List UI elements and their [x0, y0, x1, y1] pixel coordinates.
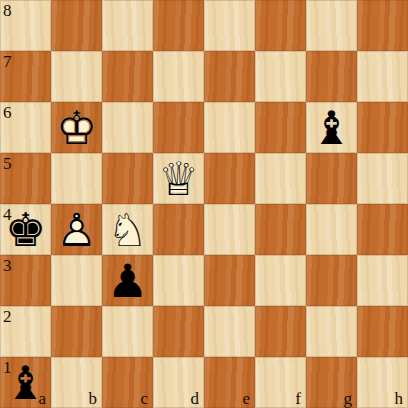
square-c5[interactable]: [102, 153, 153, 204]
square-h2[interactable]: [357, 306, 408, 357]
square-b2[interactable]: [51, 306, 102, 357]
square-b1[interactable]: b: [51, 357, 102, 408]
black-bishop-g6[interactable]: ♝: [306, 102, 357, 153]
square-c1[interactable]: c: [102, 357, 153, 408]
file-label-f: f: [295, 390, 301, 407]
square-c7[interactable]: [102, 51, 153, 102]
black-king-a4[interactable]: ♚: [0, 204, 51, 255]
black-piece-glyph: ♚: [0, 204, 51, 255]
square-b5[interactable]: [51, 153, 102, 204]
black-piece-glyph: ♟: [102, 255, 153, 306]
rank-label-6: 6: [3, 104, 12, 121]
square-g7[interactable]: [306, 51, 357, 102]
square-c6[interactable]: [102, 102, 153, 153]
square-e2[interactable]: [204, 306, 255, 357]
square-e6[interactable]: [204, 102, 255, 153]
black-piece-glyph: ♝: [0, 357, 51, 408]
file-label-c: c: [140, 390, 148, 407]
square-a5[interactable]: 5: [0, 153, 51, 204]
file-label-e: e: [242, 390, 250, 407]
square-h8[interactable]: [357, 0, 408, 51]
square-c4[interactable]: ♞♘: [102, 204, 153, 255]
square-c2[interactable]: [102, 306, 153, 357]
square-a8[interactable]: 8: [0, 0, 51, 51]
white-piece-outline: ♙: [51, 204, 102, 255]
square-a1[interactable]: 1a♝: [0, 357, 51, 408]
square-e1[interactable]: e: [204, 357, 255, 408]
square-f2[interactable]: [255, 306, 306, 357]
chess-board: 876♚♔♝5♛♕4♚♟♙♞♘3♟21a♝bcdefgh: [0, 0, 408, 408]
square-d7[interactable]: [153, 51, 204, 102]
square-h6[interactable]: [357, 102, 408, 153]
square-h4[interactable]: [357, 204, 408, 255]
file-label-h: h: [395, 390, 404, 407]
square-g1[interactable]: g: [306, 357, 357, 408]
file-label-g: g: [344, 390, 353, 407]
square-b8[interactable]: [51, 0, 102, 51]
white-piece-outline: ♕: [153, 153, 204, 204]
square-h3[interactable]: [357, 255, 408, 306]
square-d1[interactable]: d: [153, 357, 204, 408]
square-e5[interactable]: [204, 153, 255, 204]
rank-label-3: 3: [3, 257, 12, 274]
white-piece-outline: ♔: [51, 102, 102, 153]
square-c8[interactable]: [102, 0, 153, 51]
square-d3[interactable]: [153, 255, 204, 306]
square-g2[interactable]: [306, 306, 357, 357]
square-a4[interactable]: 4♚: [0, 204, 51, 255]
white-queen-d5[interactable]: ♛♕: [153, 153, 204, 204]
square-d6[interactable]: [153, 102, 204, 153]
file-label-b: b: [89, 390, 98, 407]
square-a6[interactable]: 6: [0, 102, 51, 153]
file-label-d: d: [191, 390, 200, 407]
square-d5[interactable]: ♛♕: [153, 153, 204, 204]
square-d4[interactable]: [153, 204, 204, 255]
square-e8[interactable]: [204, 0, 255, 51]
square-f6[interactable]: [255, 102, 306, 153]
square-g3[interactable]: [306, 255, 357, 306]
square-g8[interactable]: [306, 0, 357, 51]
square-h1[interactable]: h: [357, 357, 408, 408]
white-piece-outline: ♘: [102, 204, 153, 255]
square-e7[interactable]: [204, 51, 255, 102]
square-f5[interactable]: [255, 153, 306, 204]
rank-label-5: 5: [3, 155, 12, 172]
white-king-b6[interactable]: ♚♔: [51, 102, 102, 153]
black-piece-glyph: ♝: [306, 102, 357, 153]
square-g4[interactable]: [306, 204, 357, 255]
square-a7[interactable]: 7: [0, 51, 51, 102]
square-d8[interactable]: [153, 0, 204, 51]
square-c3[interactable]: ♟: [102, 255, 153, 306]
square-f7[interactable]: [255, 51, 306, 102]
square-g5[interactable]: [306, 153, 357, 204]
square-e4[interactable]: [204, 204, 255, 255]
square-e3[interactable]: [204, 255, 255, 306]
square-f3[interactable]: [255, 255, 306, 306]
square-b7[interactable]: [51, 51, 102, 102]
square-a3[interactable]: 3: [0, 255, 51, 306]
black-bishop-a1[interactable]: ♝: [0, 357, 51, 408]
square-f4[interactable]: [255, 204, 306, 255]
rank-label-8: 8: [3, 2, 12, 19]
square-b6[interactable]: ♚♔: [51, 102, 102, 153]
rank-label-2: 2: [3, 308, 12, 325]
square-a2[interactable]: 2: [0, 306, 51, 357]
square-h7[interactable]: [357, 51, 408, 102]
square-h5[interactable]: [357, 153, 408, 204]
white-pawn-b4[interactable]: ♟♙: [51, 204, 102, 255]
white-knight-c4[interactable]: ♞♘: [102, 204, 153, 255]
square-f8[interactable]: [255, 0, 306, 51]
square-f1[interactable]: f: [255, 357, 306, 408]
square-d2[interactable]: [153, 306, 204, 357]
square-b4[interactable]: ♟♙: [51, 204, 102, 255]
square-g6[interactable]: ♝: [306, 102, 357, 153]
rank-label-7: 7: [3, 53, 12, 70]
square-b3[interactable]: [51, 255, 102, 306]
black-pawn-c3[interactable]: ♟: [102, 255, 153, 306]
